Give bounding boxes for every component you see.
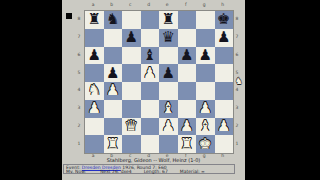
square-f7[interactable] [178, 29, 197, 47]
square-g1[interactable]: ♚ [196, 135, 215, 153]
square-g5[interactable] [196, 64, 215, 82]
black-pawn: ♟ [217, 30, 230, 45]
square-b7[interactable] [104, 29, 123, 47]
square-b1[interactable]: ♜ [104, 135, 123, 153]
square-d8[interactable] [141, 11, 160, 29]
square-g4[interactable] [196, 82, 215, 100]
coord-label: 7 [76, 28, 82, 46]
square-c4[interactable] [122, 82, 141, 100]
black-pawn: ♟ [125, 30, 138, 45]
black-pawn: ♟ [106, 65, 119, 80]
white-pawn: ♟ [199, 101, 212, 116]
move-now-label: Mv. Now: [66, 170, 86, 175]
white-king: ♚ [199, 136, 212, 151]
square-c8[interactable] [122, 11, 141, 29]
square-e5[interactable]: ♟ [159, 64, 178, 82]
square-h4[interactable] [215, 82, 234, 100]
square-d7[interactable] [141, 29, 160, 47]
square-g8[interactable] [196, 11, 215, 29]
square-g7[interactable] [196, 29, 215, 47]
black-rook: ♜ [88, 12, 101, 27]
game-title: Stahlberg, Gideon -- Wolf, Heinz (1-0) [62, 158, 245, 163]
square-h8[interactable]: ♚ [215, 11, 234, 29]
square-f6[interactable]: ♟ [178, 47, 197, 65]
square-d5[interactable]: ♟ [141, 64, 160, 82]
square-a7[interactable] [85, 29, 104, 47]
square-e3[interactable]: ♝ [159, 100, 178, 118]
black-pawn: ♟ [162, 65, 175, 80]
square-h7[interactable]: ♟ [215, 29, 234, 47]
file-labels-top: abcdefgh [84, 2, 232, 8]
square-a2[interactable] [85, 118, 104, 136]
coord-label: b [103, 2, 122, 8]
white-bishop: ♝ [162, 101, 175, 116]
square-h5[interactable] [215, 64, 234, 82]
black-bishop: ♝ [143, 47, 156, 62]
white-pawn: ♟ [88, 101, 101, 116]
square-b2[interactable] [104, 118, 123, 136]
square-b6[interactable] [104, 47, 123, 65]
coord-label: 3 [76, 99, 82, 117]
square-a6[interactable]: ♟ [85, 47, 104, 65]
chess-board[interactable]: ♜♞♜♚♟♛♟♟♝♟♟♟♟♟♞♟♟♝♟♛♟♟♝♟♜♜♚ [84, 10, 234, 154]
square-e2[interactable]: ♟ [159, 118, 178, 136]
square-b4[interactable]: ♟ [104, 82, 123, 100]
coord-label: 6 [76, 46, 82, 64]
square-g2[interactable]: ♝ [196, 118, 215, 136]
square-b5[interactable]: ♟ [104, 64, 123, 82]
black-king: ♚ [217, 12, 230, 27]
square-e7[interactable]: ♛ [159, 29, 178, 47]
black-player-marker [66, 13, 72, 19]
square-f1[interactable]: ♜ [178, 135, 197, 153]
coord-label: 2 [234, 117, 240, 135]
square-e4[interactable] [159, 82, 178, 100]
white-pawn: ♟ [106, 83, 119, 98]
white-bishop: ♝ [199, 118, 212, 133]
square-f3[interactable] [178, 100, 197, 118]
white-rook: ♜ [180, 136, 193, 151]
square-d6[interactable]: ♝ [141, 47, 160, 65]
square-d3[interactable] [141, 100, 160, 118]
white-pawn: ♟ [217, 118, 230, 133]
square-c1[interactable] [122, 135, 141, 153]
square-f8[interactable] [178, 11, 197, 29]
square-d2[interactable] [141, 118, 160, 136]
black-pawn: ♟ [199, 47, 212, 62]
square-g6[interactable]: ♟ [196, 47, 215, 65]
square-h2[interactable]: ♟ [215, 118, 234, 136]
material-label: Material: = [180, 170, 205, 175]
square-c6[interactable] [122, 47, 141, 65]
black-pawn: ♟ [88, 47, 101, 62]
square-b8[interactable]: ♞ [104, 11, 123, 29]
coord-label: 8 [76, 10, 82, 28]
rank-labels-left: 87654321 [76, 10, 82, 152]
coord-label: 7 [234, 28, 240, 46]
coord-label: a [84, 2, 103, 8]
square-f2[interactable]: ♟ [178, 118, 197, 136]
white-queen: ♛ [125, 118, 138, 133]
square-c5[interactable] [122, 64, 141, 82]
white-rook: ♜ [106, 136, 119, 151]
game-info-panel: Event: Dresden Dresden 1926, Round 7: E6… [63, 164, 235, 174]
square-f4[interactable] [178, 82, 197, 100]
coord-label: 5 [76, 63, 82, 81]
black-pawn: ♟ [180, 47, 193, 62]
white-to-move-indicator: ♞ [235, 77, 243, 86]
coord-label: 4 [76, 81, 82, 99]
square-e1[interactable] [159, 135, 178, 153]
move-status-line: Mv. Now: Next 26. dxe4 Length: 67 Materi… [66, 170, 232, 175]
coord-label: 3 [234, 99, 240, 117]
square-c2[interactable]: ♛ [122, 118, 141, 136]
coord-label: g [195, 2, 214, 8]
square-a3[interactable]: ♟ [85, 100, 104, 118]
square-h3[interactable] [215, 100, 234, 118]
black-queen: ♛ [162, 30, 175, 45]
white-knight: ♞ [88, 83, 101, 98]
white-pawn: ♟ [143, 65, 156, 80]
square-c3[interactable] [122, 100, 141, 118]
length-label: Length: 67 [144, 170, 168, 175]
white-pawn: ♟ [162, 118, 175, 133]
square-d1[interactable] [141, 135, 160, 153]
white-pawn: ♟ [180, 118, 193, 133]
square-c7[interactable]: ♟ [122, 29, 141, 47]
square-a4[interactable]: ♞ [85, 82, 104, 100]
coord-label: e [158, 2, 177, 8]
video-frame: abcdefgh abcdefgh 87654321 87654321 ♜♞♜♚… [0, 0, 320, 180]
coord-label: f [177, 2, 196, 8]
next-move-label: Next 26. dxe4 [100, 170, 132, 175]
square-g3[interactable]: ♟ [196, 100, 215, 118]
black-knight: ♞ [106, 12, 119, 27]
coord-label: 1 [76, 134, 82, 152]
square-e8[interactable]: ♜ [159, 11, 178, 29]
square-e6[interactable] [159, 47, 178, 65]
square-f5[interactable] [178, 64, 197, 82]
square-a5[interactable] [85, 64, 104, 82]
square-d4[interactable] [141, 82, 160, 100]
square-h1[interactable] [215, 135, 234, 153]
black-rook: ♜ [162, 12, 175, 27]
coord-label: 1 [234, 134, 240, 152]
coord-label: d [140, 2, 159, 8]
coord-label: 8 [234, 10, 240, 28]
square-a1[interactable] [85, 135, 104, 153]
coord-label: 6 [234, 46, 240, 64]
coord-label: 2 [76, 117, 82, 135]
square-h6[interactable] [215, 47, 234, 65]
coord-label: c [121, 2, 140, 8]
square-b3[interactable] [104, 100, 123, 118]
square-a8[interactable]: ♜ [85, 11, 104, 29]
coord-label: h [214, 2, 233, 8]
